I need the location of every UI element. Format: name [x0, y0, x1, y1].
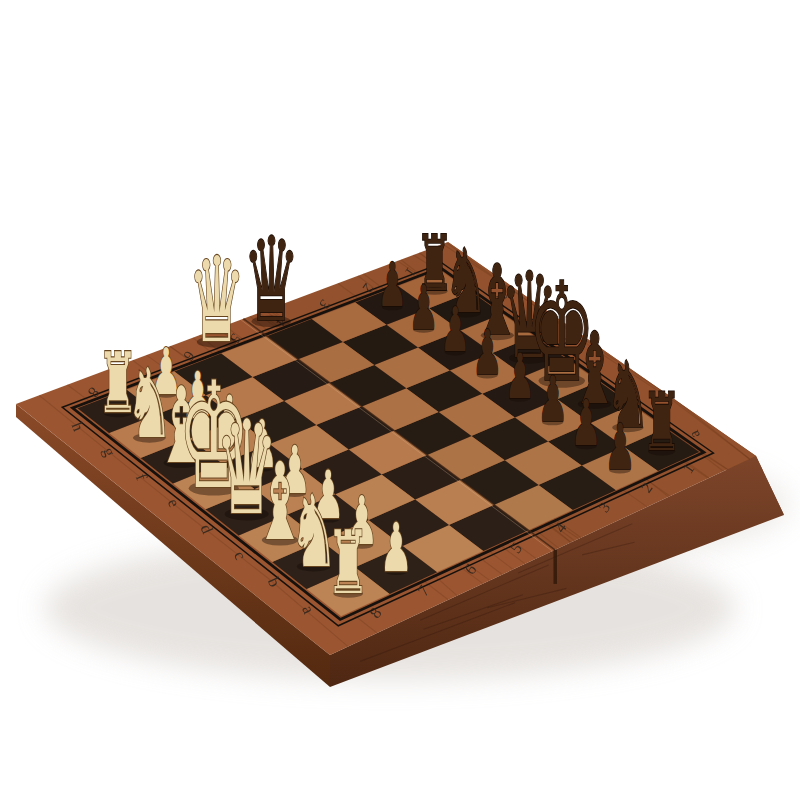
- hinge-gap: [553, 550, 557, 584]
- scene: aabbccddeeffgghh1122334455667788♜♟♞♛♟♝♛♟…: [0, 0, 800, 800]
- chess-board-photo: aabbccddeeffgghh1122334455667788♜♟♞♛♟♝♛♟…: [0, 0, 800, 800]
- piece-black-rook-a1[interactable]: ♜: [642, 376, 682, 469]
- piece-white-pawn-a7[interactable]: ♟: [380, 508, 413, 587]
- piece-black-pawn-a2[interactable]: ♟: [604, 410, 635, 484]
- piece-black-pawn-b2[interactable]: ♟: [570, 387, 601, 460]
- piece-white-rook-a8[interactable]: ♜: [327, 511, 370, 614]
- piece-black-pawn-f2[interactable]: ♟: [440, 294, 470, 366]
- piece-black-pawn-c2[interactable]: ♟: [537, 363, 568, 436]
- piece-black-pawn-h2[interactable]: ♟: [377, 249, 407, 321]
- piece-black-queen-spare[interactable]: ♛: [243, 212, 300, 347]
- piece-black-pawn-g2[interactable]: ♟: [408, 272, 438, 344]
- piece-black-pawn-d2[interactable]: ♟: [504, 339, 535, 412]
- piece-black-pawn-e2[interactable]: ♟: [472, 317, 503, 389]
- piece-white-queen-spare[interactable]: ♛: [188, 232, 246, 368]
